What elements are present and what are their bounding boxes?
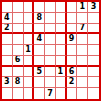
sudoku-cell-r3c6[interactable] (56, 24, 67, 35)
sudoku-board: 13482749165163827 (0, 0, 101, 101)
sudoku-cell-r7c8[interactable] (77, 67, 88, 78)
sudoku-cell-r6c9[interactable] (88, 56, 99, 67)
sudoku-cell-r5c4[interactable] (34, 45, 45, 56)
sudoku-cell-r2c6[interactable] (56, 13, 67, 24)
sudoku-cell-r5c8[interactable] (77, 45, 88, 56)
sudoku-cell-r3c3[interactable] (24, 24, 35, 35)
sudoku-cell-r8c7[interactable]: 2 (67, 77, 78, 88)
sudoku-cell-r2c3[interactable] (24, 13, 35, 24)
sudoku-cell-r7c4[interactable]: 5 (34, 67, 45, 78)
sudoku-cell-r3c7[interactable] (67, 24, 78, 35)
sudoku-cell-r8c8[interactable] (77, 77, 88, 88)
sudoku-cell-r3c9[interactable] (88, 24, 99, 35)
sudoku-cell-r4c5[interactable] (45, 34, 56, 45)
sudoku-cell-r4c1[interactable] (2, 34, 13, 45)
sudoku-cell-r6c7[interactable] (67, 56, 78, 67)
sudoku-cell-r8c4[interactable] (34, 77, 45, 88)
sudoku-cell-r9c7[interactable] (67, 88, 78, 99)
sudoku-cell-r6c5[interactable] (45, 56, 56, 67)
sudoku-cell-r2c7[interactable] (67, 13, 78, 24)
sudoku-cell-r2c2[interactable] (13, 13, 24, 24)
sudoku-cell-r3c5[interactable] (45, 24, 56, 35)
sudoku-cell-r3c8[interactable]: 7 (77, 24, 88, 35)
sudoku-cell-r1c8[interactable]: 1 (77, 2, 88, 13)
sudoku-cell-r9c5[interactable]: 7 (45, 88, 56, 99)
sudoku-cell-r3c2[interactable] (13, 24, 24, 35)
sudoku-cell-r7c7[interactable]: 6 (67, 67, 78, 78)
sudoku-cell-r9c4[interactable] (34, 88, 45, 99)
sudoku-cell-r5c9[interactable] (88, 45, 99, 56)
sudoku-cell-r9c2[interactable] (13, 88, 24, 99)
sudoku-cell-r1c7[interactable] (67, 2, 78, 13)
sudoku-cell-r8c5[interactable] (45, 77, 56, 88)
sudoku-cell-r1c3[interactable] (24, 2, 35, 13)
sudoku-cell-r6c2[interactable]: 6 (13, 56, 24, 67)
sudoku-cell-r9c3[interactable] (24, 88, 35, 99)
sudoku-cell-r4c2[interactable] (13, 34, 24, 45)
sudoku-cell-r6c4[interactable] (34, 56, 45, 67)
sudoku-cell-r8c2[interactable]: 8 (13, 77, 24, 88)
sudoku-cell-r4c9[interactable] (88, 34, 99, 45)
sudoku-cell-r9c9[interactable] (88, 88, 99, 99)
sudoku-cell-r9c8[interactable] (77, 88, 88, 99)
sudoku-cell-r2c1[interactable]: 4 (2, 13, 13, 24)
sudoku-cell-r1c4[interactable] (34, 2, 45, 13)
sudoku-cell-r1c9[interactable]: 3 (88, 2, 99, 13)
sudoku-cell-r7c1[interactable] (2, 67, 13, 78)
sudoku-cell-r1c5[interactable] (45, 2, 56, 13)
sudoku-cell-r7c3[interactable] (24, 67, 35, 78)
sudoku-cell-r8c1[interactable]: 3 (2, 77, 13, 88)
sudoku-cell-r6c6[interactable] (56, 56, 67, 67)
sudoku-cell-r5c7[interactable] (67, 45, 78, 56)
sudoku-cell-r7c5[interactable] (45, 67, 56, 78)
sudoku-cell-r6c1[interactable] (2, 56, 13, 67)
sudoku-cell-r3c4[interactable] (34, 24, 45, 35)
sudoku-cell-r5c3[interactable]: 1 (24, 45, 35, 56)
sudoku-cell-r2c8[interactable] (77, 13, 88, 24)
sudoku-cell-r4c4[interactable]: 4 (34, 34, 45, 45)
sudoku-cell-r6c8[interactable] (77, 56, 88, 67)
sudoku-cell-r6c3[interactable] (24, 56, 35, 67)
sudoku-cell-r1c2[interactable] (13, 2, 24, 13)
sudoku-cell-r5c1[interactable] (2, 45, 13, 56)
sudoku-cell-r5c2[interactable] (13, 45, 24, 56)
sudoku-cell-r2c5[interactable] (45, 13, 56, 24)
sudoku-cell-r9c1[interactable] (2, 88, 13, 99)
sudoku-cell-r8c6[interactable] (56, 77, 67, 88)
sudoku-cell-r5c6[interactable] (56, 45, 67, 56)
sudoku-cell-r2c4[interactable]: 8 (34, 13, 45, 24)
sudoku-cell-r1c6[interactable] (56, 2, 67, 13)
sudoku-cell-r3c1[interactable]: 2 (2, 24, 13, 35)
sudoku-cell-r7c2[interactable] (13, 67, 24, 78)
sudoku-cell-r4c7[interactable]: 9 (67, 34, 78, 45)
sudoku-cell-r9c6[interactable] (56, 88, 67, 99)
sudoku-cell-r7c6[interactable]: 1 (56, 67, 67, 78)
sudoku-cell-r4c6[interactable] (56, 34, 67, 45)
sudoku-cell-r8c9[interactable] (88, 77, 99, 88)
sudoku-cell-r4c8[interactable] (77, 34, 88, 45)
sudoku-cell-r2c9[interactable] (88, 13, 99, 24)
sudoku-cell-r5c5[interactable] (45, 45, 56, 56)
sudoku-cell-r8c3[interactable] (24, 77, 35, 88)
sudoku-cell-r4c3[interactable] (24, 34, 35, 45)
sudoku-cell-r7c9[interactable] (88, 67, 99, 78)
sudoku-cell-r1c1[interactable] (2, 2, 13, 13)
